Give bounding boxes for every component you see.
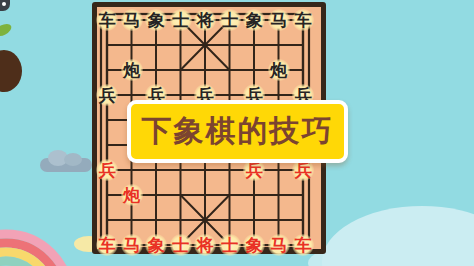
leaf-decoration (0, 21, 13, 38)
xiangqi-piece-black-马: 马 (121, 9, 143, 31)
title-banner: 下象棋的技巧 (127, 100, 348, 163)
xiangqi-piece-red-马: 马 (268, 234, 290, 256)
xiangqi-piece-black-马: 马 (268, 9, 290, 31)
xiangqi-piece-black-炮: 炮 (268, 59, 290, 81)
xiangqi-piece-red-象: 象 (145, 234, 167, 256)
thumbnail-stage: 车马象士将士象马车炮炮兵兵兵兵兵兵兵兵炮车马象士将士象马车 下象棋的技巧 (0, 0, 474, 266)
xiangqi-piece-black-象: 象 (243, 9, 265, 31)
xiangqi-piece-red-士: 士 (219, 234, 241, 256)
xiangqi-piece-red-兵: 兵 (96, 159, 118, 181)
xiangqi-piece-black-象: 象 (145, 9, 167, 31)
xiangqi-piece-red-马: 马 (121, 234, 143, 256)
xiangqi-piece-black-车: 车 (96, 9, 118, 31)
xiangqi-piece-red-士: 士 (170, 234, 192, 256)
xiangqi-piece-red-车: 车 (292, 234, 314, 256)
title-banner-text: 下象棋的技巧 (142, 111, 334, 152)
gray-cloud-decoration (40, 150, 92, 172)
xiangqi-piece-black-车: 车 (292, 9, 314, 31)
xiangqi-piece-black-士: 士 (170, 9, 192, 31)
xiangqi-piece-red-将: 将 (194, 234, 216, 256)
xiangqi-piece-red-炮: 炮 (121, 184, 143, 206)
corner-watermark-icon (0, 0, 10, 11)
xiangqi-piece-red-车: 车 (96, 234, 118, 256)
xiangqi-piece-black-兵: 兵 (96, 84, 118, 106)
xiangqi-piece-red-象: 象 (243, 234, 265, 256)
xiangqi-piece-black-炮: 炮 (121, 59, 143, 81)
tree-ball-decoration (0, 50, 22, 92)
cloud-decoration (322, 206, 474, 266)
xiangqi-piece-black-将: 将 (194, 9, 216, 31)
xiangqi-piece-black-士: 士 (219, 9, 241, 31)
